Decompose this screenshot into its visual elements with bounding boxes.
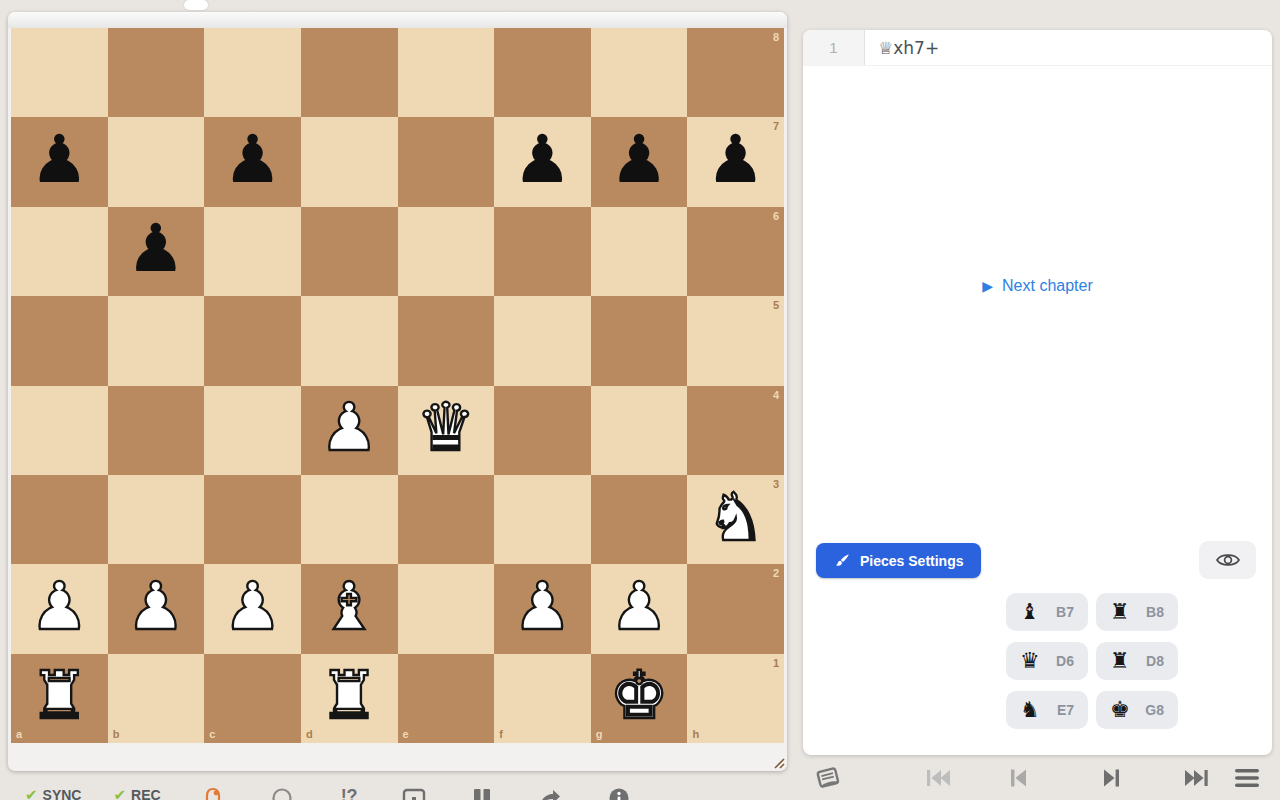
chess-board[interactable]: 8♟♟♟♟7♟♟65♟♛43♞♟♟♟♝♟♟2a♜bcd♜efg♚1h — [11, 28, 784, 743]
square-a5[interactable] — [11, 296, 108, 385]
play-triangle-icon: ▶ — [982, 278, 993, 294]
file-label-g: g — [596, 729, 603, 740]
square-b6[interactable]: ♟ — [108, 207, 205, 296]
rank-label-2: 2 — [773, 568, 779, 579]
square-label: G8 — [1145, 702, 1164, 718]
square-h2[interactable]: 2 — [687, 564, 784, 653]
piece-white-pawn[interactable]: ♟ — [513, 574, 572, 640]
square-c1[interactable]: c — [204, 654, 301, 743]
hidden-pieces-list: ♝ B7 ♜ B8 ♛ D6 ♜ D8 ♞ E7 ♚ G8 — [1006, 593, 1177, 729]
square-label: D8 — [1146, 653, 1164, 669]
square-f6[interactable] — [494, 207, 591, 296]
square-d8[interactable] — [301, 28, 398, 117]
square-g7[interactable]: ♟ — [591, 117, 688, 206]
menu-button[interactable] — [1227, 758, 1267, 798]
square-c6[interactable] — [204, 207, 301, 296]
pause-icon — [472, 787, 492, 800]
window-notch — [184, 0, 208, 10]
square-c4[interactable] — [204, 386, 301, 475]
paintbrush-icon — [833, 552, 851, 570]
info-button[interactable] — [608, 786, 630, 800]
menu-icon — [1234, 768, 1260, 788]
piece-button-d6[interactable]: ♛ D6 — [1006, 642, 1088, 680]
square-a3[interactable] — [11, 475, 108, 564]
square-a6[interactable] — [11, 207, 108, 296]
black-rook-icon: ♜ — [1110, 601, 1130, 623]
square-g1[interactable]: g♚ — [591, 654, 688, 743]
square-d7[interactable] — [301, 117, 398, 206]
square-a7[interactable]: ♟ — [11, 117, 108, 206]
black-queen-icon: ♛ — [1020, 650, 1040, 672]
square-e3[interactable] — [398, 475, 495, 564]
square-b7[interactable] — [108, 117, 205, 206]
file-label-c: c — [209, 729, 215, 740]
piece-button-b8[interactable]: ♜ B8 — [1096, 593, 1178, 631]
file-label-f: f — [499, 729, 503, 740]
first-move-icon — [924, 767, 952, 789]
piece-black-pawn[interactable]: ♟ — [30, 127, 89, 193]
piece-white-knight[interactable]: ♞ — [706, 485, 765, 551]
file-label-a: a — [16, 729, 22, 740]
square-label: D6 — [1056, 653, 1074, 669]
rank-label-1: 1 — [773, 658, 779, 669]
square-e5[interactable] — [398, 296, 495, 385]
share-button[interactable] — [538, 786, 562, 800]
square-e1[interactable]: e — [398, 654, 495, 743]
square-f2[interactable]: ♟ — [494, 564, 591, 653]
square-g8[interactable] — [591, 28, 688, 117]
square-g5[interactable] — [591, 296, 688, 385]
rec-label: REC — [131, 787, 161, 800]
square-d5[interactable] — [301, 296, 398, 385]
move-navigation-bar — [803, 758, 1272, 798]
square-g4[interactable] — [591, 386, 688, 475]
piece-button-e7[interactable]: ♞ E7 — [1006, 691, 1088, 729]
rank-label-6: 6 — [773, 211, 779, 222]
board-panel-header — [8, 12, 787, 28]
square-h4[interactable]: 4 — [687, 386, 784, 475]
share-icon — [538, 787, 562, 800]
last-move-icon — [1183, 767, 1211, 789]
piece-button-g8[interactable]: ♚ G8 — [1096, 691, 1178, 729]
square-g3[interactable] — [591, 475, 688, 564]
square-c2[interactable]: ♟ — [204, 564, 301, 653]
annotate-button[interactable] — [203, 786, 223, 800]
next-chapter-link[interactable]: ▶Next chapter — [803, 277, 1272, 295]
board-panel: 8♟♟♟♟7♟♟65♟♛43♞♟♟♟♝♟♟2a♜bcd♜efg♚1h — [8, 12, 787, 771]
square-h1[interactable]: 1h — [687, 654, 784, 743]
square-c8[interactable] — [204, 28, 301, 117]
eye-icon — [1215, 550, 1241, 570]
piece-white-queen[interactable]: ♛ — [416, 395, 475, 461]
file-label-e: e — [403, 729, 409, 740]
piece-white-rook[interactable]: ♜ — [320, 663, 379, 729]
board-window-button[interactable] — [402, 786, 426, 800]
piece-black-pawn[interactable]: ♟ — [513, 127, 572, 193]
piece-white-king[interactable]: ♚ — [609, 663, 668, 729]
file-label-h: h — [692, 729, 699, 740]
square-c5[interactable] — [204, 296, 301, 385]
last-move-button[interactable] — [1177, 758, 1217, 798]
piece-black-pawn[interactable]: ♟ — [223, 127, 282, 193]
analysis-panel: 1 ♕xh7+ ▶Next chapter Pieces Settings ♝ … — [803, 30, 1272, 755]
book-button[interactable] — [808, 758, 848, 798]
square-b8[interactable] — [108, 28, 205, 117]
sync-status[interactable]: ✔ SYNC — [25, 786, 81, 800]
book-icon — [815, 766, 841, 790]
piece-white-pawn[interactable]: ♟ — [320, 395, 379, 461]
square-b4[interactable] — [108, 386, 205, 475]
next-move-icon — [1101, 767, 1123, 789]
pieces-settings-button[interactable]: Pieces Settings — [816, 543, 981, 578]
square-d6[interactable] — [301, 207, 398, 296]
square-label: B8 — [1146, 604, 1164, 620]
square-f5[interactable] — [494, 296, 591, 385]
square-a1[interactable]: a♜ — [11, 654, 108, 743]
move-number: 1 — [803, 30, 865, 65]
square-f3[interactable] — [494, 475, 591, 564]
square-h6[interactable]: 6 — [687, 207, 784, 296]
move-san[interactable]: ♕xh7+ — [865, 30, 939, 65]
rank-label-3: 3 — [773, 479, 779, 490]
first-move-button[interactable] — [918, 758, 958, 798]
black-knight-icon: ♞ — [1020, 699, 1040, 721]
pause-button[interactable] — [472, 786, 492, 800]
square-a4[interactable] — [11, 386, 108, 475]
piece-white-pawn[interactable]: ♟ — [126, 574, 185, 640]
piece-white-rook[interactable]: ♜ — [30, 663, 89, 729]
next-chapter-label: Next chapter — [1002, 277, 1093, 294]
square-f4[interactable] — [494, 386, 591, 475]
file-label-d: d — [306, 729, 313, 740]
rank-label-5: 5 — [773, 300, 779, 311]
piece-white-pawn[interactable]: ♟ — [609, 574, 668, 640]
rank-label-7: 7 — [773, 121, 779, 132]
square-h8[interactable]: 8 — [687, 28, 784, 117]
square-h5[interactable]: 5 — [687, 296, 784, 385]
rec-check-icon: ✔ — [113, 786, 126, 800]
circle-button[interactable] — [271, 786, 293, 800]
piece-white-bishop[interactable]: ♝ — [320, 574, 379, 640]
square-g6[interactable] — [591, 207, 688, 296]
pieces-settings-label: Pieces Settings — [860, 553, 964, 569]
square-f8[interactable] — [494, 28, 591, 117]
square-g2[interactable]: ♟ — [591, 564, 688, 653]
square-b2[interactable]: ♟ — [108, 564, 205, 653]
square-e7[interactable] — [398, 117, 495, 206]
recorder-toolbar: ✔ SYNC ✔ REC !? — [25, 786, 630, 800]
rec-status[interactable]: ✔ REC — [113, 786, 160, 800]
piece-black-pawn[interactable]: ♟ — [706, 127, 765, 193]
square-b3[interactable] — [108, 475, 205, 564]
square-e6[interactable] — [398, 207, 495, 296]
next-move-button[interactable] — [1092, 758, 1132, 798]
black-rook-icon: ♜ — [1110, 650, 1130, 672]
square-c3[interactable] — [204, 475, 301, 564]
resize-handle-icon[interactable] — [771, 755, 785, 769]
info-icon — [608, 787, 630, 800]
square-f1[interactable]: f — [494, 654, 591, 743]
black-king-icon: ♚ — [1110, 699, 1130, 721]
piece-button-d8[interactable]: ♜ D8 — [1096, 642, 1178, 680]
square-e4[interactable]: ♛ — [398, 386, 495, 475]
piece-white-pawn[interactable]: ♟ — [30, 574, 89, 640]
circle-icon — [271, 787, 293, 800]
square-label: E7 — [1057, 702, 1074, 718]
piece-black-pawn[interactable]: ♟ — [126, 216, 185, 282]
square-a2[interactable]: ♟ — [11, 564, 108, 653]
eval-label: !? — [341, 786, 358, 800]
square-h3[interactable]: 3♞ — [687, 475, 784, 564]
rank-label-4: 4 — [773, 390, 779, 401]
square-h7[interactable]: 7♟ — [687, 117, 784, 206]
sync-check-icon: ✔ — [25, 786, 38, 800]
square-d2[interactable]: ♝ — [301, 564, 398, 653]
square-c7[interactable]: ♟ — [204, 117, 301, 206]
piece-white-pawn[interactable]: ♟ — [223, 574, 282, 640]
file-label-b: b — [113, 729, 120, 740]
piece-button-b7[interactable]: ♝ B7 — [1006, 593, 1088, 631]
visibility-toggle-button[interactable] — [1199, 541, 1256, 579]
piece-black-pawn[interactable]: ♟ — [609, 127, 668, 193]
square-d3[interactable] — [301, 475, 398, 564]
black-bishop-icon: ♝ — [1020, 601, 1040, 623]
square-e2[interactable] — [398, 564, 495, 653]
previous-move-icon — [1007, 767, 1029, 789]
square-label: B7 — [1056, 604, 1074, 620]
board-window-icon — [402, 788, 426, 800]
square-a8[interactable] — [11, 28, 108, 117]
square-e8[interactable] — [398, 28, 495, 117]
square-f7[interactable]: ♟ — [494, 117, 591, 206]
sync-label: SYNC — [43, 787, 82, 800]
square-b5[interactable] — [108, 296, 205, 385]
square-d4[interactable]: ♟ — [301, 386, 398, 475]
eval-annotation[interactable]: !? — [341, 786, 358, 800]
square-d1[interactable]: d♜ — [301, 654, 398, 743]
rank-label-8: 8 — [773, 32, 779, 43]
square-b1[interactable]: b — [108, 654, 205, 743]
orange-bell-icon — [203, 787, 223, 800]
previous-move-button[interactable] — [998, 758, 1038, 798]
move-row: 1 ♕xh7+ — [803, 30, 1272, 66]
